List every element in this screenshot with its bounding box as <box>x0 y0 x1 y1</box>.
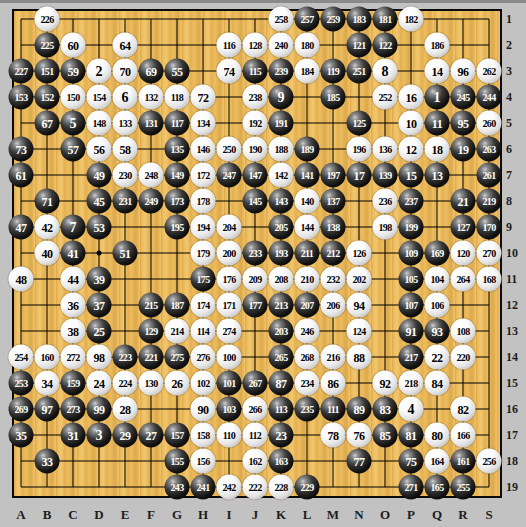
stone-E16-white[interactable]: 28 <box>113 397 138 422</box>
stone-Q13-black[interactable]: 93 <box>425 319 450 344</box>
stone-M8-black[interactable]: 137 <box>321 189 346 214</box>
stone-F5-black[interactable]: 131 <box>139 111 164 136</box>
stone-M15-white[interactable]: 86 <box>321 371 346 396</box>
move-number: 73 <box>16 143 27 155</box>
stone-G17-black[interactable]: 157 <box>165 423 190 448</box>
stone-A9-black[interactable]: 47 <box>9 215 34 240</box>
stone-G19-black[interactable]: 243 <box>165 475 190 500</box>
stone-R17-white[interactable]: 166 <box>451 423 476 448</box>
stone-Q2-white[interactable]: 186 <box>425 33 450 58</box>
stone-F13-black[interactable]: 129 <box>139 319 164 344</box>
move-number: 58 <box>120 143 131 155</box>
stone-S10-white[interactable]: 270 <box>477 241 502 266</box>
stone-F12-black[interactable]: 215 <box>139 293 164 318</box>
stone-I3-white[interactable]: 74 <box>217 59 242 84</box>
stone-L16-black[interactable]: 235 <box>295 397 320 422</box>
stone-H8-white[interactable]: 178 <box>191 189 216 214</box>
stone-A17-black[interactable]: 35 <box>9 423 34 448</box>
move-number: 236 <box>379 196 392 206</box>
move-number: 202 <box>353 274 366 284</box>
stone-L3-white[interactable]: 184 <box>295 59 320 84</box>
stone-D14-white[interactable]: 98 <box>87 345 112 370</box>
stone-H12-white[interactable]: 174 <box>191 293 216 318</box>
stone-B14-white[interactable]: 160 <box>35 345 60 370</box>
stone-Q12-white[interactable]: 106 <box>425 293 450 318</box>
move-number: 175 <box>197 274 210 284</box>
stone-P9-black[interactable]: 199 <box>399 215 424 240</box>
move-number: 23 <box>276 429 287 441</box>
stone-L14-white[interactable]: 268 <box>295 345 320 370</box>
stone-J4-white[interactable]: 238 <box>243 85 268 110</box>
stone-K2-white[interactable]: 240 <box>269 33 294 58</box>
stone-C2-white[interactable]: 60 <box>61 33 86 58</box>
stone-B5-black[interactable]: 67 <box>35 111 60 136</box>
stone-L1-black[interactable]: 257 <box>295 7 320 32</box>
stone-D4-white[interactable]: 154 <box>87 85 112 110</box>
stone-L8-white[interactable]: 140 <box>295 189 320 214</box>
stone-M10-black[interactable]: 212 <box>321 241 346 266</box>
stone-P8-black[interactable]: 237 <box>399 189 424 214</box>
move-number: 274 <box>223 326 236 336</box>
stone-H15-white[interactable]: 102 <box>191 371 216 396</box>
stone-Q19-black[interactable]: 165 <box>425 475 450 500</box>
stone-E4-white[interactable]: 6 <box>113 85 138 110</box>
stone-O17-black[interactable]: 85 <box>373 423 398 448</box>
stone-H10-white[interactable]: 179 <box>191 241 216 266</box>
move-number: 69 <box>146 65 157 77</box>
move-number: 242 <box>223 482 236 492</box>
stone-M14-white[interactable]: 216 <box>321 345 346 370</box>
stone-S9-black[interactable]: 170 <box>477 215 502 240</box>
stone-I2-white[interactable]: 116 <box>217 33 242 58</box>
stone-Q14-white[interactable]: 22 <box>425 345 450 370</box>
stone-P13-black[interactable]: 91 <box>399 319 424 344</box>
stone-G5-black[interactable]: 117 <box>165 111 190 136</box>
stone-I19-white[interactable]: 242 <box>217 475 242 500</box>
stone-G15-white[interactable]: 26 <box>165 371 190 396</box>
move-number: 10 <box>406 117 417 129</box>
stone-J6-white[interactable]: 190 <box>243 137 268 162</box>
column-label-E: E <box>121 507 130 523</box>
stone-S6-black[interactable]: 263 <box>477 137 502 162</box>
stone-R11-white[interactable]: 264 <box>451 267 476 292</box>
move-number: 132 <box>145 92 158 102</box>
stone-P18-black[interactable]: 75 <box>399 449 424 474</box>
stone-D3-white[interactable]: 2 <box>87 59 112 84</box>
stone-C4-white[interactable]: 150 <box>61 85 86 110</box>
move-number: 249 <box>145 196 158 206</box>
stone-K7-white[interactable]: 142 <box>269 163 294 188</box>
stone-I9-white[interactable]: 204 <box>217 215 242 240</box>
stone-K15-black[interactable]: 87 <box>269 371 294 396</box>
stone-Q7-black[interactable]: 13 <box>425 163 450 188</box>
stone-I13-white[interactable]: 274 <box>217 319 242 344</box>
stone-L10-black[interactable]: 211 <box>295 241 320 266</box>
stone-N12-white[interactable]: 94 <box>347 293 372 318</box>
move-number: 218 <box>405 378 418 388</box>
stone-Q3-white[interactable]: 14 <box>425 59 450 84</box>
stone-D5-white[interactable]: 148 <box>87 111 112 136</box>
stone-A11-white[interactable]: 48 <box>9 267 34 292</box>
stone-G14-black[interactable]: 275 <box>165 345 190 370</box>
move-number: 169 <box>431 248 444 258</box>
move-number: 121 <box>353 40 366 50</box>
stone-N13-white[interactable]: 124 <box>347 319 372 344</box>
stone-S7-black[interactable]: 261 <box>477 163 502 188</box>
move-number: 5 <box>70 116 77 130</box>
stone-Q11-white[interactable]: 104 <box>425 267 450 292</box>
stone-S18-white[interactable]: 256 <box>477 449 502 474</box>
stone-P19-black[interactable]: 271 <box>399 475 424 500</box>
stone-H16-white[interactable]: 90 <box>191 397 216 422</box>
stone-L11-white[interactable]: 210 <box>295 267 320 292</box>
stone-R14-white[interactable]: 220 <box>451 345 476 370</box>
stone-K19-white[interactable]: 228 <box>269 475 294 500</box>
stone-J11-white[interactable]: 209 <box>243 267 268 292</box>
stone-H4-white[interactable]: 72 <box>191 85 216 110</box>
stone-N14-white[interactable]: 88 <box>347 345 372 370</box>
stone-N3-black[interactable]: 251 <box>347 59 372 84</box>
stone-P5-white[interactable]: 10 <box>399 111 424 136</box>
stone-K18-black[interactable]: 163 <box>269 449 294 474</box>
stone-P16-white[interactable]: 4 <box>399 397 424 422</box>
stone-C6-black[interactable]: 57 <box>61 137 86 162</box>
stone-H13-white[interactable]: 114 <box>191 319 216 344</box>
stone-D12-black[interactable]: 37 <box>87 293 112 318</box>
stone-S4-black[interactable]: 244 <box>477 85 502 110</box>
stone-R5-black[interactable]: 95 <box>451 111 476 136</box>
stone-D17-black[interactable]: 3 <box>87 423 112 448</box>
stone-K4-black[interactable]: 9 <box>269 85 294 110</box>
move-number: 145 <box>249 196 262 206</box>
move-number: 168 <box>483 274 496 284</box>
stone-B15-white[interactable]: 34 <box>35 371 60 396</box>
stone-M7-black[interactable]: 197 <box>321 163 346 188</box>
stone-Q17-white[interactable]: 80 <box>425 423 450 448</box>
stone-B8-black[interactable]: 71 <box>35 189 60 214</box>
stone-R3-white[interactable]: 96 <box>451 59 476 84</box>
stone-I14-white[interactable]: 100 <box>217 345 242 370</box>
stone-R10-white[interactable]: 120 <box>451 241 476 266</box>
stone-I17-white[interactable]: 110 <box>217 423 242 448</box>
stone-R4-black[interactable]: 245 <box>451 85 476 110</box>
stone-M11-white[interactable]: 232 <box>321 267 346 292</box>
stone-L9-white[interactable]: 144 <box>295 215 320 240</box>
stone-K11-white[interactable]: 208 <box>269 267 294 292</box>
stone-R16-white[interactable]: 82 <box>451 397 476 422</box>
stone-F17-black[interactable]: 27 <box>139 423 164 448</box>
stone-H19-black[interactable]: 241 <box>191 475 216 500</box>
stone-L2-white[interactable]: 180 <box>295 33 320 58</box>
stone-L13-white[interactable]: 246 <box>295 319 320 344</box>
stone-H18-white[interactable]: 156 <box>191 449 216 474</box>
stone-J16-white[interactable]: 266 <box>243 397 268 422</box>
stone-O1-black[interactable]: 181 <box>373 7 398 32</box>
stone-C15-black[interactable]: 159 <box>61 371 86 396</box>
stone-J3-black[interactable]: 115 <box>243 59 268 84</box>
move-number: 40 <box>42 247 53 259</box>
stone-N18-black[interactable]: 77 <box>347 449 372 474</box>
stone-K6-white[interactable]: 188 <box>269 137 294 162</box>
stone-D7-black[interactable]: 49 <box>87 163 112 188</box>
stone-N1-black[interactable]: 183 <box>347 7 372 32</box>
stone-A7-black[interactable]: 61 <box>9 163 34 188</box>
stone-P14-black[interactable]: 217 <box>399 345 424 370</box>
move-number: 185 <box>327 92 340 102</box>
stone-D9-black[interactable]: 53 <box>87 215 112 240</box>
stone-L19-black[interactable]: 229 <box>295 475 320 500</box>
stone-J17-white[interactable]: 112 <box>243 423 268 448</box>
stone-B10-white[interactable]: 40 <box>35 241 60 266</box>
stone-B9-white[interactable]: 42 <box>35 215 60 240</box>
row-label-12: 12 <box>506 298 518 313</box>
column-label-H: H <box>198 507 208 523</box>
stone-H7-white[interactable]: 172 <box>191 163 216 188</box>
stone-H11-black[interactable]: 175 <box>191 267 216 292</box>
stone-E17-black[interactable]: 29 <box>113 423 138 448</box>
stone-G8-black[interactable]: 173 <box>165 189 190 214</box>
stone-F7-white[interactable]: 248 <box>139 163 164 188</box>
stone-D6-white[interactable]: 56 <box>87 137 112 162</box>
stone-H6-white[interactable]: 146 <box>191 137 216 162</box>
stone-O16-black[interactable]: 83 <box>373 397 398 422</box>
stone-J10-black[interactable]: 233 <box>243 241 268 266</box>
stone-H17-white[interactable]: 158 <box>191 423 216 448</box>
stone-C11-white[interactable]: 44 <box>61 267 86 292</box>
stone-H5-white[interactable]: 134 <box>191 111 216 136</box>
stone-A4-black[interactable]: 153 <box>9 85 34 110</box>
stone-B2-black[interactable]: 225 <box>35 33 60 58</box>
stone-E10-black[interactable]: 51 <box>113 241 138 266</box>
stone-N5-black[interactable]: 125 <box>347 111 372 136</box>
stone-M1-black[interactable]: 259 <box>321 7 346 32</box>
stone-I7-black[interactable]: 247 <box>217 163 242 188</box>
move-number: 174 <box>197 300 210 310</box>
stone-D8-black[interactable]: 45 <box>87 189 112 214</box>
stone-P17-black[interactable]: 81 <box>399 423 424 448</box>
stone-G3-black[interactable]: 55 <box>165 59 190 84</box>
stone-O3-white[interactable]: 8 <box>373 59 398 84</box>
stone-F4-white[interactable]: 132 <box>139 85 164 110</box>
stone-N7-black[interactable]: 17 <box>347 163 372 188</box>
stone-E6-white[interactable]: 58 <box>113 137 138 162</box>
stone-M17-white[interactable]: 78 <box>321 423 346 448</box>
stone-G12-black[interactable]: 187 <box>165 293 190 318</box>
move-number: 81 <box>406 429 417 441</box>
stone-P7-black[interactable]: 15 <box>399 163 424 188</box>
stone-K10-black[interactable]: 193 <box>269 241 294 266</box>
stone-P15-white[interactable]: 218 <box>399 371 424 396</box>
stone-Q18-white[interactable]: 164 <box>425 449 450 474</box>
stone-N17-white[interactable]: 76 <box>347 423 372 448</box>
stone-C12-white[interactable]: 36 <box>61 293 86 318</box>
stone-L12-black[interactable]: 207 <box>295 293 320 318</box>
stone-E3-white[interactable]: 70 <box>113 59 138 84</box>
stone-O8-white[interactable]: 236 <box>373 189 398 214</box>
stone-A14-white[interactable]: 254 <box>9 345 34 370</box>
stone-D15-white[interactable]: 24 <box>87 371 112 396</box>
stone-C5-black[interactable]: 5 <box>61 111 86 136</box>
stone-F14-black[interactable]: 221 <box>139 345 164 370</box>
stone-O2-black[interactable]: 122 <box>373 33 398 58</box>
stone-E7-white[interactable]: 230 <box>113 163 138 188</box>
stone-K16-black[interactable]: 113 <box>269 397 294 422</box>
stone-M16-black[interactable]: 111 <box>321 397 346 422</box>
stone-B4-black[interactable]: 152 <box>35 85 60 110</box>
stone-S5-white[interactable]: 260 <box>477 111 502 136</box>
stone-Q15-white[interactable]: 84 <box>425 371 450 396</box>
stone-C10-black[interactable]: 41 <box>61 241 86 266</box>
row-label-10: 10 <box>506 246 518 261</box>
stone-R6-black[interactable]: 19 <box>451 137 476 162</box>
stone-M12-white[interactable]: 206 <box>321 293 346 318</box>
stone-G13-white[interactable]: 214 <box>165 319 190 344</box>
stone-H9-white[interactable]: 194 <box>191 215 216 240</box>
stone-E8-black[interactable]: 231 <box>113 189 138 214</box>
stone-G9-black[interactable]: 195 <box>165 215 190 240</box>
stone-N11-white[interactable]: 202 <box>347 267 372 292</box>
move-number: 142 <box>275 170 288 180</box>
stone-M3-black[interactable]: 119 <box>321 59 346 84</box>
stone-B3-black[interactable]: 151 <box>35 59 60 84</box>
move-number: 112 <box>249 430 261 440</box>
stone-E14-black[interactable]: 223 <box>113 345 138 370</box>
stone-B18-black[interactable]: 33 <box>35 449 60 474</box>
stone-E5-white[interactable]: 133 <box>113 111 138 136</box>
stone-G4-white[interactable]: 118 <box>165 85 190 110</box>
stone-R9-black[interactable]: 127 <box>451 215 476 240</box>
stone-N10-white[interactable]: 126 <box>347 241 372 266</box>
move-number: 77 <box>354 455 365 467</box>
stone-S3-white[interactable]: 262 <box>477 59 502 84</box>
stone-O15-white[interactable]: 92 <box>373 371 398 396</box>
stone-O6-white[interactable]: 136 <box>373 137 398 162</box>
stone-A6-black[interactable]: 73 <box>9 137 34 162</box>
move-number: 101 <box>223 378 236 388</box>
stone-I12-white[interactable]: 171 <box>217 293 242 318</box>
stone-Q6-white[interactable]: 18 <box>425 137 450 162</box>
stone-F15-white[interactable]: 130 <box>139 371 164 396</box>
stone-R19-black[interactable]: 255 <box>451 475 476 500</box>
move-number: 61 <box>16 169 27 181</box>
move-number: 6 <box>122 90 129 104</box>
move-number: 76 <box>354 429 365 441</box>
stone-B16-black[interactable]: 97 <box>35 397 60 422</box>
stone-Q5-black[interactable]: 11 <box>425 111 450 136</box>
stone-A16-black[interactable]: 269 <box>9 397 34 422</box>
stone-L6-black[interactable]: 189 <box>295 137 320 162</box>
stone-C17-black[interactable]: 31 <box>61 423 86 448</box>
stone-D11-black[interactable]: 39 <box>87 267 112 292</box>
stone-I15-black[interactable]: 101 <box>217 371 242 396</box>
stone-N6-white[interactable]: 196 <box>347 137 372 162</box>
stone-I11-white[interactable]: 176 <box>217 267 242 292</box>
column-label-P: P <box>407 507 415 523</box>
stone-S11-white[interactable]: 168 <box>477 267 502 292</box>
stone-O7-black[interactable]: 139 <box>373 163 398 188</box>
stone-I6-white[interactable]: 250 <box>217 137 242 162</box>
stone-I10-white[interactable]: 200 <box>217 241 242 266</box>
stone-K1-white[interactable]: 258 <box>269 7 294 32</box>
stone-C3-black[interactable]: 59 <box>61 59 86 84</box>
stone-K5-black[interactable]: 191 <box>269 111 294 136</box>
stone-G18-black[interactable]: 155 <box>165 449 190 474</box>
stone-Q4-black[interactable]: 1 <box>425 85 450 110</box>
stone-K9-black[interactable]: 205 <box>269 215 294 240</box>
stone-J18-white[interactable]: 162 <box>243 449 268 474</box>
stone-J19-white[interactable]: 222 <box>243 475 268 500</box>
stone-I16-black[interactable]: 103 <box>217 397 242 422</box>
move-number: 211 <box>301 248 313 258</box>
stone-D16-black[interactable]: 99 <box>87 397 112 422</box>
stone-F8-black[interactable]: 249 <box>139 189 164 214</box>
stone-P12-black[interactable]: 107 <box>399 293 424 318</box>
stone-H14-white[interactable]: 276 <box>191 345 216 370</box>
stone-F3-black[interactable]: 69 <box>139 59 164 84</box>
stone-C16-black[interactable]: 273 <box>61 397 86 422</box>
stone-K17-black[interactable]: 23 <box>269 423 294 448</box>
move-number: 198 <box>379 222 392 232</box>
stone-O9-white[interactable]: 198 <box>373 215 398 240</box>
stone-G6-black[interactable]: 135 <box>165 137 190 162</box>
stone-J7-black[interactable]: 147 <box>243 163 268 188</box>
stone-J15-black[interactable]: 267 <box>243 371 268 396</box>
stone-A15-black[interactable]: 253 <box>9 371 34 396</box>
stone-B1-white[interactable]: 226 <box>35 7 60 32</box>
stone-P1-white[interactable]: 182 <box>399 7 424 32</box>
stone-L7-black[interactable]: 141 <box>295 163 320 188</box>
stone-Q10-black[interactable]: 169 <box>425 241 450 266</box>
stone-P6-white[interactable]: 12 <box>399 137 424 162</box>
move-number: 35 <box>16 429 27 441</box>
stone-P11-black[interactable]: 105 <box>399 267 424 292</box>
stone-L15-white[interactable]: 234 <box>295 371 320 396</box>
stone-N16-black[interactable]: 89 <box>347 397 372 422</box>
stone-C9-black[interactable]: 7 <box>61 215 86 240</box>
stone-P4-white[interactable]: 16 <box>399 85 424 110</box>
stone-R18-black[interactable]: 161 <box>451 449 476 474</box>
stone-C13-white[interactable]: 38 <box>61 319 86 344</box>
stone-K13-black[interactable]: 203 <box>269 319 294 344</box>
stone-G7-black[interactable]: 149 <box>165 163 190 188</box>
stone-K8-black[interactable]: 143 <box>269 189 294 214</box>
stone-J5-white[interactable]: 192 <box>243 111 268 136</box>
stone-D13-black[interactable]: 25 <box>87 319 112 344</box>
stone-C14-white[interactable]: 272 <box>61 345 86 370</box>
stone-K14-black[interactable]: 265 <box>269 345 294 370</box>
stone-P10-black[interactable]: 109 <box>399 241 424 266</box>
stone-E2-white[interactable]: 64 <box>113 33 138 58</box>
stone-R13-white[interactable]: 108 <box>451 319 476 344</box>
stone-O4-white[interactable]: 252 <box>373 85 398 110</box>
stone-E15-white[interactable]: 224 <box>113 371 138 396</box>
stone-J12-black[interactable]: 177 <box>243 293 268 318</box>
stone-J2-white[interactable]: 128 <box>243 33 268 58</box>
stone-K3-black[interactable]: 239 <box>269 59 294 84</box>
stone-M4-black[interactable]: 185 <box>321 85 346 110</box>
stone-M9-black[interactable]: 138 <box>321 215 346 240</box>
stone-K12-black[interactable]: 213 <box>269 293 294 318</box>
move-number: 131 <box>145 118 158 128</box>
stone-S8-black[interactable]: 219 <box>477 189 502 214</box>
move-number: 250 <box>223 144 236 154</box>
stone-R8-black[interactable]: 21 <box>451 189 476 214</box>
move-number: 44 <box>68 273 79 285</box>
stone-A3-black[interactable]: 227 <box>9 59 34 84</box>
move-number: 33 <box>42 455 53 467</box>
stone-N2-black[interactable]: 121 <box>347 33 372 58</box>
stone-J8-black[interactable]: 145 <box>243 189 268 214</box>
